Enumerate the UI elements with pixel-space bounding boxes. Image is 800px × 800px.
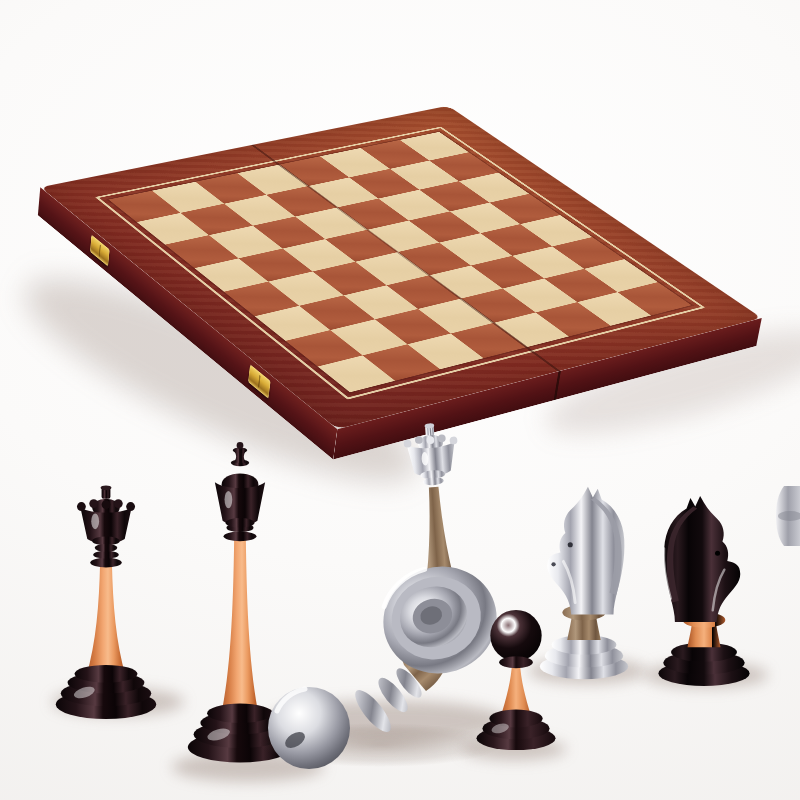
silver-knight xyxy=(530,484,638,682)
silver-piece-fragment xyxy=(774,486,800,546)
fold-seam-side xyxy=(554,371,561,401)
chess-board: ♜♞♝♚♛♝♞♜♟♟♟♟♟♟♟♟♟♟♟♟♟♟♟♟♜♞♝♚♛♝♞♜ xyxy=(40,106,761,429)
product-photo: ♜♞♝♚♛♝♞♜♟♟♟♟♟♟♟♟♟♟♟♟♟♟♟♟♜♞♝♚♛♝♞♜ xyxy=(0,0,800,800)
square-a3 xyxy=(536,302,611,336)
square-a4 xyxy=(494,312,570,347)
black-queen xyxy=(50,478,162,724)
piece-glyph: ♜ xyxy=(293,283,432,382)
black-knight xyxy=(648,494,760,688)
